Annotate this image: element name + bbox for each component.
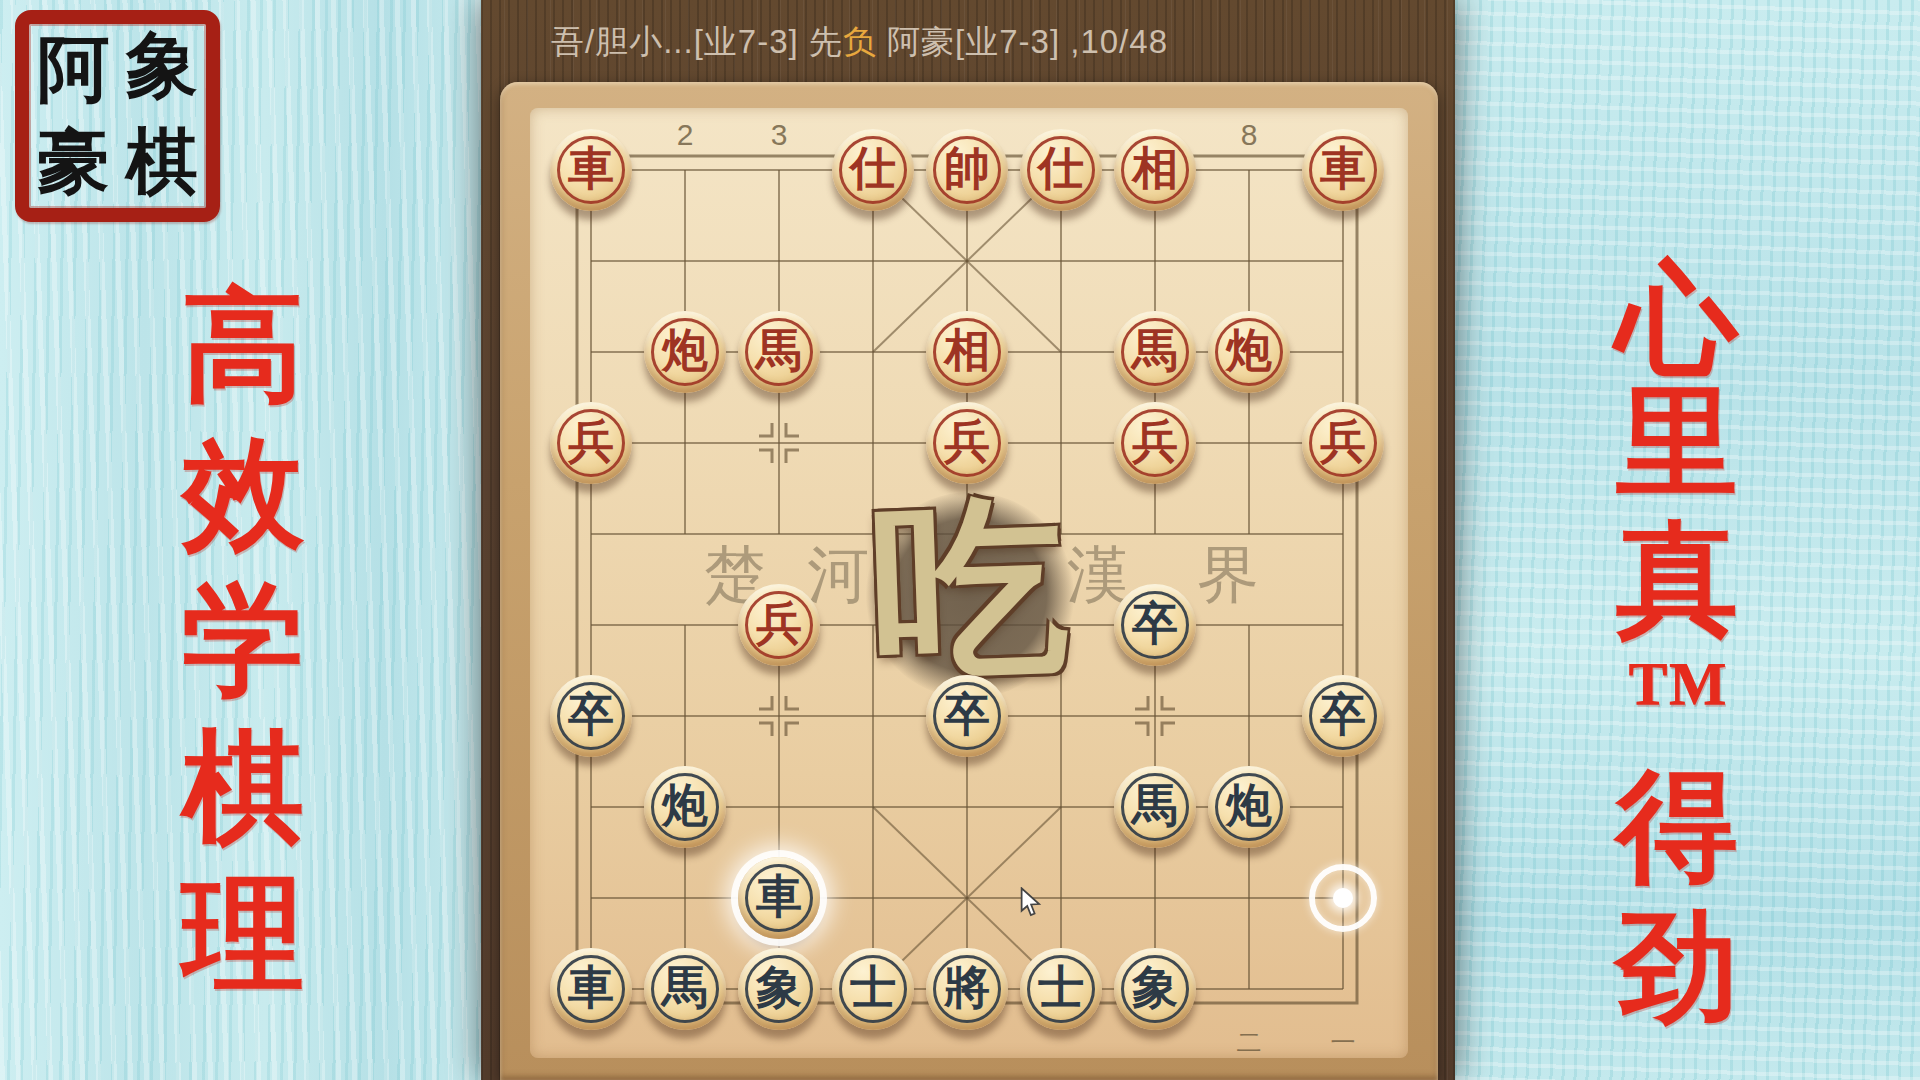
point-marker [786,696,799,709]
piece-black-炮[interactable]: 炮 [644,766,726,848]
piece-black-炮[interactable]: 炮 [1208,766,1290,848]
piece-character: 馬 [1132,783,1178,829]
slogan-character: 高 [182,286,304,408]
piece-black-馬[interactable]: 馬 [644,948,726,1030]
piece-character: 卒 [1320,692,1366,738]
piece-red-仕[interactable]: 仕 [832,129,914,211]
piece-black-將[interactable]: 將 [926,948,1008,1030]
capture-character: 吃 [869,490,1072,693]
piece-black-卒[interactable]: 卒 [1302,675,1384,757]
point-marker [759,723,772,736]
seal-char: 阿 [37,34,109,106]
point-marker [759,450,772,463]
point-marker [1135,723,1148,736]
piece-red-兵[interactable]: 兵 [738,584,820,666]
piece-character: 相 [944,328,990,374]
slogan-character: 理 [182,874,304,996]
board-frame: 吃 238二一楚河漢界 車仕帥仕相車炮馬相馬炮兵兵兵兵兵卒卒卒卒炮馬炮車車馬象士… [500,82,1438,1080]
piece-black-卒[interactable]: 卒 [550,675,632,757]
piece-red-馬[interactable]: 馬 [1114,311,1196,393]
piece-character: 相 [1132,146,1178,192]
slogan-character: 学 [182,580,304,702]
slogan-character: ™ [1625,645,1729,749]
piece-red-車[interactable]: 車 [1302,129,1384,211]
piece-character: 士 [850,965,896,1011]
piece-character: 兵 [944,419,990,465]
match-info-bar: 吾/胆小...[业7-3] 先负 阿豪[业7-3] ,10/48 [551,20,1411,64]
piece-character: 卒 [944,692,990,738]
piece-red-相[interactable]: 相 [926,311,1008,393]
slogan-character: 劲 [1616,906,1738,1028]
piece-character: 車 [568,965,614,1011]
piece-red-帥[interactable]: 帥 [926,129,1008,211]
point-marker [786,450,799,463]
piece-black-士[interactable]: 士 [832,948,914,1030]
piece-red-兵[interactable]: 兵 [550,402,632,484]
river-text: 河 [807,533,869,617]
file-number-bottom: 二 [1237,1026,1262,1059]
piece-character: 兵 [1320,419,1366,465]
file-number-top: 3 [771,118,788,152]
piece-character: 仕 [1038,146,1084,192]
point-marker [759,423,772,436]
piece-character: 車 [568,146,614,192]
piece-black-士[interactable]: 士 [1020,948,1102,1030]
point-marker [1135,696,1148,709]
slogan-character: 里 [1616,382,1738,504]
piece-black-象[interactable]: 象 [1114,948,1196,1030]
left-decor-panel: 阿 象 豪 棋 高效学棋理 [0,0,481,1080]
piece-black-卒[interactable]: 卒 [926,675,1008,757]
piece-character: 卒 [1132,601,1178,647]
piece-character: 炮 [1226,783,1272,829]
xiangqi-app-window: 吾/胆小...[业7-3] 先负 阿豪[业7-3] ,10/48 吃 238二一… [481,0,1455,1080]
player-names-right: 阿豪[业7-3] ,10/48 [877,23,1168,60]
file-number-top: 2 [677,118,694,152]
point-marker [759,696,772,709]
result-text: 负 [843,23,877,60]
piece-character: 馬 [1132,328,1178,374]
piece-character: 帥 [944,146,990,192]
piece-red-馬[interactable]: 馬 [738,311,820,393]
slogan-character: 得 [1616,766,1738,888]
piece-character: 炮 [662,328,708,374]
piece-character: 兵 [1132,419,1178,465]
file-number-top: 8 [1241,118,1258,152]
point-marker [786,723,799,736]
piece-red-炮[interactable]: 炮 [1208,311,1290,393]
piece-red-炮[interactable]: 炮 [644,311,726,393]
piece-black-卒[interactable]: 卒 [1114,584,1196,666]
mouse-cursor [1018,887,1044,917]
piece-red-相[interactable]: 相 [1114,129,1196,211]
piece-character: 車 [1320,146,1366,192]
piece-character: 象 [1132,965,1178,1011]
channel-seal-logo: 阿 象 豪 棋 [15,10,220,222]
piece-character: 車 [756,874,802,920]
slogan-character: 棋 [182,727,304,849]
right-decor-panel: 心里真™得劲 [1455,0,1920,1080]
slogan-character: 心 [1616,259,1738,381]
piece-red-兵[interactable]: 兵 [926,402,1008,484]
piece-red-兵[interactable]: 兵 [1302,402,1384,484]
piece-black-車[interactable]: 車 [550,948,632,1030]
seal-char: 象 [126,30,198,102]
piece-character: 士 [1038,965,1084,1011]
file-number-bottom: 一 [1331,1026,1356,1059]
point-marker [1162,696,1175,709]
piece-character: 仕 [850,146,896,192]
piece-black-車[interactable]: 車 [738,857,820,939]
piece-character: 炮 [662,783,708,829]
slogan-character: 效 [182,433,304,555]
xiangqi-board[interactable]: 吃 238二一楚河漢界 車仕帥仕相車炮馬相馬炮兵兵兵兵兵卒卒卒卒炮馬炮車車馬象士… [530,108,1408,1058]
river-text: 界 [1197,533,1259,617]
point-marker [786,423,799,436]
point-marker [1162,723,1175,736]
slogan-character: 真 [1616,519,1738,641]
piece-black-馬[interactable]: 馬 [1114,766,1196,848]
piece-black-象[interactable]: 象 [738,948,820,1030]
seal-char: 棋 [126,126,198,198]
piece-red-車[interactable]: 車 [550,129,632,211]
piece-character: 馬 [662,965,708,1011]
piece-red-仕[interactable]: 仕 [1020,129,1102,211]
last-move-origin-ring [1309,864,1377,932]
piece-character: 馬 [756,328,802,374]
piece-red-兵[interactable]: 兵 [1114,402,1196,484]
piece-character: 卒 [568,692,614,738]
piece-character: 炮 [1226,328,1272,374]
piece-character: 兵 [756,601,802,647]
player-names-left: 吾/胆小...[业7-3] 先 [551,23,843,60]
piece-character: 兵 [568,419,614,465]
piece-character: 象 [756,965,802,1011]
seal-char: 豪 [37,126,109,198]
piece-character: 將 [944,965,990,1011]
